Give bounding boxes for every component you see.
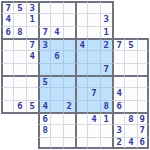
cell-r3c4[interactable]: 7: [38, 26, 50, 38]
cell-r6c6[interactable]: [63, 63, 75, 75]
void-area: [124, 26, 136, 38]
cell-r11c9[interactable]: [100, 124, 112, 136]
given-digit: 3: [116, 126, 121, 135]
cell-r9c3[interactable]: 5: [26, 100, 38, 112]
cell-r12c10[interactable]: 2: [112, 137, 124, 149]
given-digit: 7: [30, 41, 35, 50]
twodoku-board: 7534136874173427546757465428664189837246: [1, 1, 149, 149]
cell-r6c10[interactable]: [112, 63, 124, 75]
given-digit: 7: [140, 126, 145, 135]
cell-r6c4[interactable]: [38, 63, 50, 75]
cell-r7c2[interactable]: [13, 75, 25, 87]
given-digit: 1: [104, 28, 109, 37]
given-digit: 3: [104, 15, 109, 24]
cell-r7c8[interactable]: [87, 75, 99, 87]
cell-r3c3[interactable]: [26, 26, 38, 38]
cell-r6c2[interactable]: [13, 63, 25, 75]
void-area: [13, 124, 25, 136]
cell-r2c5[interactable]: [50, 13, 62, 25]
cell-r4c9[interactable]: 2: [100, 38, 112, 50]
cell-r12c11[interactable]: 4: [124, 137, 136, 149]
cell-r7c1[interactable]: [1, 75, 13, 87]
cell-r7c9[interactable]: [100, 75, 112, 87]
given-digit: 4: [30, 52, 35, 61]
void-area: [112, 26, 124, 38]
void-area: [13, 112, 25, 124]
cell-r2c1[interactable]: 4: [1, 13, 13, 25]
given-digit: 6: [5, 28, 10, 37]
cell-r6c9[interactable]: 7: [100, 63, 112, 75]
cell-r5c2[interactable]: [13, 50, 25, 62]
given-digit: 7: [5, 4, 10, 13]
cell-r10c5[interactable]: [50, 112, 62, 124]
cell-r5c5[interactable]: 6: [50, 50, 62, 62]
given-digit: 2: [104, 41, 109, 50]
void-area: [26, 137, 38, 149]
cell-r11c12[interactable]: 7: [137, 124, 149, 136]
cell-r8c1[interactable]: [1, 87, 13, 99]
cell-r3c2[interactable]: 8: [13, 26, 25, 38]
cell-r10c7[interactable]: [75, 112, 87, 124]
cell-r8c3[interactable]: [26, 87, 38, 99]
cell-r9c5[interactable]: [50, 100, 62, 112]
cell-r8c2[interactable]: [13, 87, 25, 99]
cell-r4c2[interactable]: [13, 38, 25, 50]
cell-r4c5[interactable]: [50, 38, 62, 50]
cell-r4c1[interactable]: [1, 38, 13, 50]
void-area: [1, 124, 13, 136]
cell-r10c8[interactable]: 4: [87, 112, 99, 124]
cell-r5c12[interactable]: [137, 50, 149, 62]
cell-r1c6[interactable]: [63, 1, 75, 13]
cell-r1c3[interactable]: 3: [26, 1, 38, 13]
cell-r6c8[interactable]: [87, 63, 99, 75]
cell-r2c2[interactable]: [13, 13, 25, 25]
cell-r10c10[interactable]: [112, 112, 124, 124]
cell-r1c7[interactable]: [75, 1, 87, 13]
cell-r11c10[interactable]: 3: [112, 124, 124, 136]
cell-r10c11[interactable]: 8: [124, 112, 136, 124]
cell-r12c12[interactable]: 6: [137, 137, 149, 149]
cell-r12c5[interactable]: [50, 137, 62, 149]
cell-r7c11[interactable]: [124, 75, 136, 87]
cell-r11c5[interactable]: [50, 124, 62, 136]
cell-r2c8[interactable]: [87, 13, 99, 25]
given-digit: 9: [140, 115, 145, 124]
cell-r3c8[interactable]: [87, 26, 99, 38]
cell-r1c8[interactable]: [87, 1, 99, 13]
cell-r4c6[interactable]: [63, 38, 75, 50]
cell-r6c5[interactable]: [50, 63, 62, 75]
cell-r7c12[interactable]: [137, 75, 149, 87]
cell-r2c6[interactable]: [63, 13, 75, 25]
cell-r7c7[interactable]: [75, 75, 87, 87]
void-area: [26, 112, 38, 124]
cell-r4c12[interactable]: [137, 38, 149, 50]
given-digit: 6: [54, 52, 59, 61]
cell-r3c7[interactable]: [75, 26, 87, 38]
cell-r12c4[interactable]: [38, 137, 50, 149]
given-digit: 6: [116, 102, 121, 111]
given-digit: 1: [30, 15, 35, 24]
cell-r5c4[interactable]: [38, 50, 50, 62]
void-area: [1, 112, 13, 124]
cell-r5c11[interactable]: [124, 50, 136, 62]
given-digit: 3: [30, 4, 35, 13]
given-digit: 6: [17, 102, 22, 111]
cell-r9c11[interactable]: [124, 100, 136, 112]
given-digit: 2: [67, 102, 72, 111]
cell-r9c2[interactable]: 6: [13, 100, 25, 112]
cell-r1c9[interactable]: [100, 1, 112, 13]
void-area: [137, 1, 149, 13]
cell-r4c8[interactable]: [87, 38, 99, 50]
cell-r11c6[interactable]: [63, 124, 75, 136]
cell-r4c7[interactable]: 4: [75, 38, 87, 50]
cell-r9c8[interactable]: [87, 100, 99, 112]
given-digit: 7: [42, 28, 47, 37]
cell-r9c4[interactable]: 4: [38, 100, 50, 112]
void-area: [112, 1, 124, 13]
cell-r3c9[interactable]: 1: [100, 26, 112, 38]
cell-r5c7[interactable]: [75, 50, 87, 62]
cell-r9c7[interactable]: [75, 100, 87, 112]
given-digit: 2: [116, 138, 121, 147]
cell-r5c6[interactable]: [63, 50, 75, 62]
cell-r4c4[interactable]: 3: [38, 38, 50, 50]
cell-r7c3[interactable]: [26, 75, 38, 87]
given-digit: 7: [104, 65, 109, 74]
cell-r1c2[interactable]: 5: [13, 1, 25, 13]
cell-r7c5[interactable]: [50, 75, 62, 87]
given-digit: 1: [104, 115, 109, 124]
cell-r2c4[interactable]: [38, 13, 50, 25]
void-area: [1, 137, 13, 149]
given-digit: 8: [17, 28, 22, 37]
cell-r12c7[interactable]: [75, 137, 87, 149]
cell-r11c7[interactable]: [75, 124, 87, 136]
cell-r5c8[interactable]: [87, 50, 99, 62]
given-digit: 6: [140, 138, 145, 147]
void-area: [137, 26, 149, 38]
given-digit: 8: [42, 126, 47, 135]
given-digit: 3: [42, 41, 47, 50]
cell-r2c9[interactable]: 3: [100, 13, 112, 25]
given-digit: 4: [128, 138, 133, 147]
given-digit: 5: [17, 4, 22, 13]
cell-r3c1[interactable]: 6: [1, 26, 13, 38]
given-digit: 4: [91, 115, 96, 124]
cell-r8c6[interactable]: [63, 87, 75, 99]
cell-r8c9[interactable]: [100, 87, 112, 99]
given-digit: 8: [104, 102, 109, 111]
cell-r11c11[interactable]: [124, 124, 136, 136]
cell-r3c5[interactable]: 4: [50, 26, 62, 38]
cell-r5c9[interactable]: [100, 50, 112, 62]
cell-r11c4[interactable]: 8: [38, 124, 50, 136]
cell-r4c3[interactable]: 7: [26, 38, 38, 50]
cell-r9c6[interactable]: 2: [63, 100, 75, 112]
cell-r6c1[interactable]: [1, 63, 13, 75]
given-digit: 5: [30, 102, 35, 111]
cell-r9c1[interactable]: [1, 100, 13, 112]
void-area: [13, 137, 25, 149]
cell-r7c10[interactable]: [112, 75, 124, 87]
given-digit: 4: [5, 15, 10, 24]
cell-r1c1[interactable]: 7: [1, 1, 13, 13]
cell-r12c8[interactable]: [87, 137, 99, 149]
cell-r5c1[interactable]: [1, 50, 13, 62]
cell-r6c11[interactable]: [124, 63, 136, 75]
cell-r10c4[interactable]: 6: [38, 112, 50, 124]
cell-r8c8[interactable]: 7: [87, 87, 99, 99]
cell-r8c10[interactable]: 4: [112, 87, 124, 99]
given-digit: 4: [42, 102, 47, 111]
cell-r8c7[interactable]: [75, 87, 87, 99]
cell-r8c12[interactable]: [137, 87, 149, 99]
cell-r2c3[interactable]: 1: [26, 13, 38, 25]
cell-r6c12[interactable]: [137, 63, 149, 75]
void-area: [137, 13, 149, 25]
cell-r9c9[interactable]: 8: [100, 100, 112, 112]
cell-r4c11[interactable]: 5: [124, 38, 136, 50]
cell-r11c8[interactable]: [87, 124, 99, 136]
cell-r10c12[interactable]: 9: [137, 112, 149, 124]
cell-r12c9[interactable]: [100, 137, 112, 149]
cell-r3c6[interactable]: [63, 26, 75, 38]
cell-r9c12[interactable]: [137, 100, 149, 112]
given-digit: 4: [79, 41, 84, 50]
void-area: [112, 13, 124, 25]
cell-r8c11[interactable]: [124, 87, 136, 99]
cell-r8c4[interactable]: [38, 87, 50, 99]
cell-r5c10[interactable]: [112, 50, 124, 62]
cell-r10c6[interactable]: [63, 112, 75, 124]
given-digit: 5: [42, 78, 47, 87]
given-digit: 7: [91, 89, 96, 98]
cell-r9c10[interactable]: 6: [112, 100, 124, 112]
cell-r1c4[interactable]: [38, 1, 50, 13]
cell-r8c5[interactable]: [50, 87, 62, 99]
cell-r5c3[interactable]: 4: [26, 50, 38, 62]
void-area: [124, 13, 136, 25]
given-digit: 4: [54, 28, 59, 37]
cell-r7c6[interactable]: [63, 75, 75, 87]
given-digit: 4: [116, 89, 121, 98]
given-digit: 7: [116, 41, 121, 50]
cell-r1c5[interactable]: [50, 1, 62, 13]
given-digit: 6: [42, 115, 47, 124]
void-area: [124, 1, 136, 13]
cell-r7c4[interactable]: 5: [38, 75, 50, 87]
cell-r2c7[interactable]: [75, 13, 87, 25]
cell-r10c9[interactable]: 1: [100, 112, 112, 124]
cell-r6c7[interactable]: [75, 63, 87, 75]
cell-r6c3[interactable]: [26, 63, 38, 75]
given-digit: 5: [128, 41, 133, 50]
given-digit: 8: [128, 115, 133, 124]
cell-r12c6[interactable]: [63, 137, 75, 149]
cell-r4c10[interactable]: 7: [112, 38, 124, 50]
void-area: [26, 124, 38, 136]
